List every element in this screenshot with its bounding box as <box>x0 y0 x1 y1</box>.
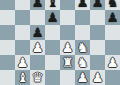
square-d4[interactable] <box>45 40 60 55</box>
piece-white-pawn: ♟ <box>62 40 74 55</box>
square-d2[interactable] <box>45 70 60 85</box>
square-f5[interactable] <box>75 25 90 40</box>
piece-white-knight: ♞ <box>77 55 89 70</box>
square-e7[interactable] <box>60 0 75 10</box>
piece-black-pawn: ♟ <box>77 0 89 10</box>
square-a3[interactable] <box>0 55 15 70</box>
square-h2[interactable] <box>105 70 120 85</box>
square-h4[interactable] <box>105 40 120 55</box>
square-a7[interactable] <box>0 0 15 10</box>
square-c2[interactable]: ♛ <box>30 70 45 85</box>
piece-black-pawn: ♟ <box>47 10 59 25</box>
square-f4[interactable]: ♞ <box>75 40 90 55</box>
square-c7[interactable]: ♟ <box>30 0 45 10</box>
square-a6[interactable] <box>0 10 15 25</box>
square-g3[interactable] <box>90 55 105 70</box>
piece-white-pawn: ♟ <box>77 70 89 85</box>
square-c5[interactable]: ♟ <box>30 25 45 40</box>
square-d7[interactable]: ♝ <box>45 0 60 10</box>
piece-black-pawn: ♟ <box>32 25 44 40</box>
square-e6[interactable] <box>60 10 75 25</box>
square-d6[interactable]: ♟ <box>45 10 60 25</box>
square-c6[interactable] <box>30 10 45 25</box>
square-g7[interactable]: ♟ <box>90 0 105 10</box>
square-h3[interactable]: ♟ <box>105 55 120 70</box>
square-a4[interactable] <box>0 40 15 55</box>
piece-white-knight: ♞ <box>77 40 89 55</box>
piece-white-rook: ♜ <box>62 55 74 70</box>
square-c3[interactable] <box>30 55 45 70</box>
piece-white-queen: ♛ <box>32 70 44 85</box>
square-f7[interactable]: ♟ <box>75 0 90 10</box>
piece-black-pawn: ♟ <box>107 10 119 25</box>
chess-board[interactable]: ♟♝♟♟♞♟♟♟♟♟♞♟♜♞♟♝♛♟♟ <box>0 0 120 85</box>
square-a5[interactable] <box>0 25 15 40</box>
square-g5[interactable] <box>90 25 105 40</box>
piece-black-knight: ♞ <box>107 0 119 10</box>
board-viewport: ♟♝♟♟♞♟♟♟♟♟♞♟♜♞♟♝♛♟♟ <box>0 0 120 85</box>
square-b3[interactable]: ♟ <box>15 55 30 70</box>
square-e5[interactable] <box>60 25 75 40</box>
square-h6[interactable]: ♟ <box>105 10 120 25</box>
square-a2[interactable] <box>0 70 15 85</box>
piece-black-pawn: ♟ <box>92 0 104 10</box>
piece-white-pawn: ♟ <box>92 70 104 85</box>
square-b5[interactable] <box>15 25 30 40</box>
piece-black-bishop: ♝ <box>47 0 59 10</box>
square-e2[interactable] <box>60 70 75 85</box>
square-g2[interactable]: ♟ <box>90 70 105 85</box>
square-f6[interactable] <box>75 10 90 25</box>
square-g6[interactable] <box>90 10 105 25</box>
piece-white-pawn: ♟ <box>32 40 44 55</box>
piece-white-pawn: ♟ <box>107 55 119 70</box>
square-f2[interactable]: ♟ <box>75 70 90 85</box>
square-h5[interactable] <box>105 25 120 40</box>
square-b4[interactable] <box>15 40 30 55</box>
square-b6[interactable] <box>15 10 30 25</box>
square-b2[interactable]: ♝ <box>15 70 30 85</box>
square-g4[interactable] <box>90 40 105 55</box>
square-d5[interactable] <box>45 25 60 40</box>
square-e3[interactable]: ♜ <box>60 55 75 70</box>
piece-black-pawn: ♟ <box>32 0 44 10</box>
square-h7[interactable]: ♞ <box>105 0 120 10</box>
square-b7[interactable] <box>15 0 30 10</box>
square-d3[interactable] <box>45 55 60 70</box>
square-c4[interactable]: ♟ <box>30 40 45 55</box>
piece-white-bishop: ♝ <box>17 70 29 85</box>
square-f3[interactable]: ♞ <box>75 55 90 70</box>
piece-white-pawn: ♟ <box>17 55 29 70</box>
square-e4[interactable]: ♟ <box>60 40 75 55</box>
